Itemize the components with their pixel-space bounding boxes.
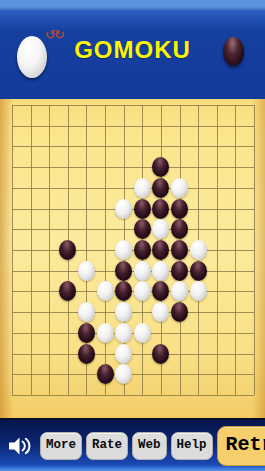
grid-line-horizontal: [12, 229, 254, 230]
black-stone: [171, 302, 188, 322]
white-stone: [97, 281, 114, 301]
black-stone: [59, 240, 76, 260]
speaker-icon[interactable]: [9, 436, 33, 456]
grid-line-horizontal: [12, 312, 254, 313]
black-stone: [115, 281, 132, 301]
black-stone: [171, 261, 188, 281]
more-button[interactable]: More: [40, 432, 82, 460]
grid-line-horizontal: [12, 167, 254, 168]
black-stone: [134, 240, 151, 260]
black-stone: [97, 364, 114, 384]
black-stone: [152, 240, 169, 260]
grid-line-horizontal: [12, 374, 254, 375]
white-stone: [171, 178, 188, 198]
grid-line-horizontal: [12, 354, 254, 355]
white-stone: [115, 199, 132, 219]
grid-line-horizontal: [12, 291, 254, 292]
white-stone: [171, 281, 188, 301]
black-stone: [115, 261, 132, 281]
white-stone: [115, 344, 132, 364]
grid-line-vertical: [254, 105, 255, 395]
white-stone: [190, 240, 207, 260]
white-stone: [115, 302, 132, 322]
white-stone: [134, 178, 151, 198]
white-stone: [78, 261, 95, 281]
footer-toolbar: More Rate Web Help Retry: [0, 418, 265, 471]
white-stone: [97, 323, 114, 343]
grid-line-horizontal: [12, 146, 254, 147]
black-stone: [59, 281, 76, 301]
black-stone: [78, 344, 95, 364]
black-stone: [171, 219, 188, 239]
help-button[interactable]: Help: [171, 432, 213, 460]
white-stone: [78, 302, 95, 322]
white-stone: [134, 281, 151, 301]
white-stone: [134, 261, 151, 281]
gomoku-app: ↺↻ GOMOKU More Rate Web Help Retry: [0, 0, 265, 471]
black-stone: [152, 157, 169, 177]
black-stone: [134, 219, 151, 239]
black-stone: [78, 323, 95, 343]
white-stone: [190, 281, 207, 301]
grid-line-horizontal: [12, 395, 254, 396]
board-grid[interactable]: [12, 105, 254, 395]
black-stone: [152, 344, 169, 364]
white-stone: [115, 323, 132, 343]
game-board[interactable]: [0, 99, 265, 418]
black-stone: [190, 261, 207, 281]
web-button[interactable]: Web: [132, 432, 167, 460]
black-stone: [152, 178, 169, 198]
black-stone: [171, 199, 188, 219]
white-stone: [115, 240, 132, 260]
black-stone-indicator: [223, 37, 244, 66]
white-stone: [134, 323, 151, 343]
white-stone: [152, 302, 169, 322]
grid-line-horizontal: [12, 250, 254, 251]
black-stone: [152, 199, 169, 219]
white-stone: [152, 219, 169, 239]
white-stone: [115, 364, 132, 384]
retry-button[interactable]: Retry: [217, 426, 265, 466]
black-stone: [134, 199, 151, 219]
header-bar: ↺↻ GOMOKU: [0, 0, 265, 99]
white-stone: [152, 261, 169, 281]
black-stone: [171, 240, 188, 260]
grid-line-horizontal: [12, 105, 254, 106]
grid-line-horizontal: [12, 126, 254, 127]
black-stone: [152, 281, 169, 301]
rate-button[interactable]: Rate: [86, 432, 128, 460]
